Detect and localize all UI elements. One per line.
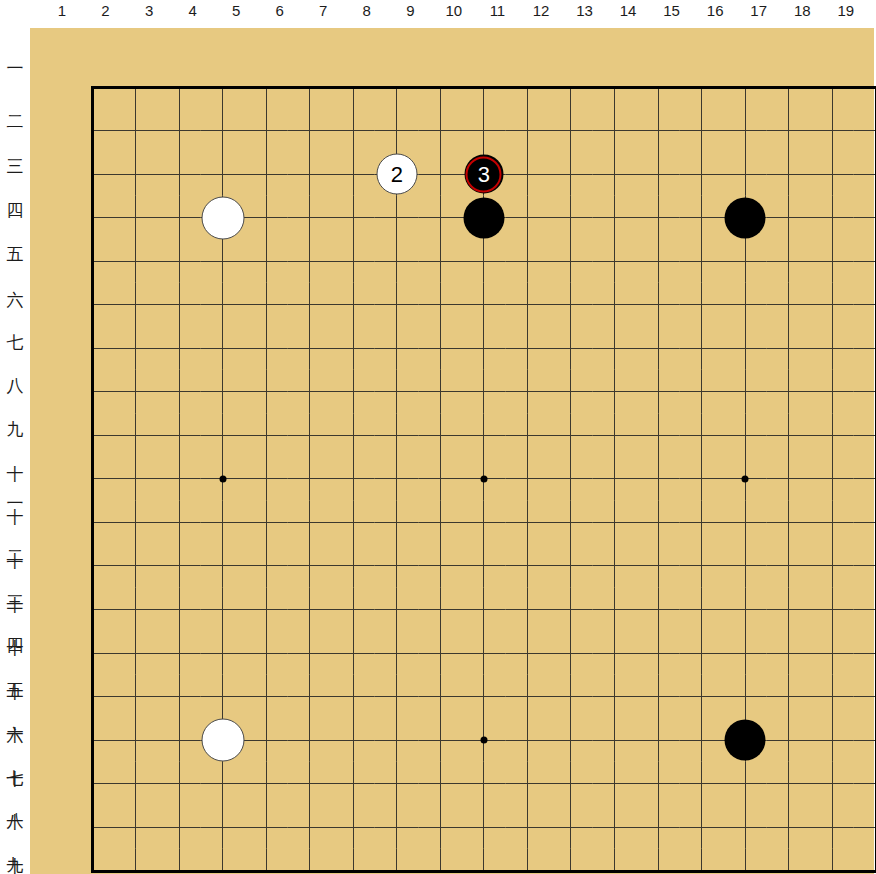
intersection-18-14[interactable]	[810, 631, 854, 675]
intersection-14-10[interactable]	[636, 457, 680, 501]
intersection-8-2[interactable]	[375, 109, 419, 153]
intersection-11-1[interactable]	[506, 65, 550, 109]
intersection-12-7[interactable]	[549, 326, 593, 370]
intersection-19-12[interactable]	[854, 544, 876, 588]
intersection-14-18[interactable]	[636, 805, 680, 849]
intersection-9-19[interactable]	[419, 849, 463, 874]
intersection-2-16[interactable]	[114, 718, 158, 762]
intersection-17-2[interactable]	[767, 109, 811, 153]
intersection-18-10[interactable]	[810, 457, 854, 501]
intersection-18-11[interactable]	[810, 501, 854, 545]
intersection-13-16[interactable]	[593, 718, 637, 762]
intersection-15-19[interactable]	[680, 849, 724, 874]
intersection-19-5[interactable]	[854, 239, 876, 283]
intersection-5-2[interactable]	[244, 109, 288, 153]
intersection-1-8[interactable]	[70, 370, 114, 414]
intersection-3-12[interactable]	[157, 544, 201, 588]
intersection-1-9[interactable]	[70, 414, 114, 458]
intersection-4-9[interactable]	[201, 414, 245, 458]
intersection-13-17[interactable]	[593, 762, 637, 806]
intersection-5-8[interactable]	[244, 370, 288, 414]
intersection-10-15[interactable]	[462, 675, 506, 719]
intersection-6-1[interactable]	[288, 65, 332, 109]
intersection-10-5[interactable]	[462, 239, 506, 283]
intersection-12-15[interactable]	[549, 675, 593, 719]
intersection-1-6[interactable]	[70, 283, 114, 327]
intersection-7-18[interactable]	[331, 805, 375, 849]
intersection-19-17[interactable]	[854, 762, 876, 806]
intersection-4-16[interactable]	[201, 718, 245, 762]
intersection-10-17[interactable]	[462, 762, 506, 806]
intersection-5-16[interactable]	[244, 718, 288, 762]
intersection-2-9[interactable]	[114, 414, 158, 458]
intersection-8-15[interactable]	[375, 675, 419, 719]
intersection-11-6[interactable]	[506, 283, 550, 327]
intersection-10-18[interactable]	[462, 805, 506, 849]
intersection-18-6[interactable]	[810, 283, 854, 327]
intersection-8-18[interactable]	[375, 805, 419, 849]
intersection-15-8[interactable]	[680, 370, 724, 414]
intersection-3-19[interactable]	[157, 849, 201, 874]
intersection-14-8[interactable]	[636, 370, 680, 414]
intersection-5-6[interactable]	[244, 283, 288, 327]
intersection-4-6[interactable]	[201, 283, 245, 327]
intersection-17-4[interactable]	[767, 196, 811, 240]
intersection-11-11[interactable]	[506, 501, 550, 545]
intersection-12-9[interactable]	[549, 414, 593, 458]
intersection-16-10[interactable]	[723, 457, 767, 501]
intersection-17-16[interactable]	[767, 718, 811, 762]
intersection-18-7[interactable]	[810, 326, 854, 370]
intersection-16-12[interactable]	[723, 544, 767, 588]
intersection-13-5[interactable]	[593, 239, 637, 283]
intersection-9-17[interactable]	[419, 762, 463, 806]
intersection-5-7[interactable]	[244, 326, 288, 370]
intersection-15-6[interactable]	[680, 283, 724, 327]
intersection-8-17[interactable]	[375, 762, 419, 806]
intersection-4-11[interactable]	[201, 501, 245, 545]
intersection-16-19[interactable]	[723, 849, 767, 874]
intersection-16-17[interactable]	[723, 762, 767, 806]
intersection-14-4[interactable]	[636, 196, 680, 240]
intersection-18-19[interactable]	[810, 849, 854, 874]
intersection-13-7[interactable]	[593, 326, 637, 370]
intersection-13-14[interactable]	[593, 631, 637, 675]
intersection-6-8[interactable]	[288, 370, 332, 414]
intersection-3-5[interactable]	[157, 239, 201, 283]
intersection-7-14[interactable]	[331, 631, 375, 675]
intersection-8-7[interactable]	[375, 326, 419, 370]
intersection-11-4[interactable]	[506, 196, 550, 240]
intersection-19-1[interactable]	[854, 65, 876, 109]
intersection-6-15[interactable]	[288, 675, 332, 719]
intersection-6-16[interactable]	[288, 718, 332, 762]
intersection-13-12[interactable]	[593, 544, 637, 588]
intersection-1-15[interactable]	[70, 675, 114, 719]
intersection-2-10[interactable]	[114, 457, 158, 501]
intersection-3-10[interactable]	[157, 457, 201, 501]
intersection-14-6[interactable]	[636, 283, 680, 327]
intersection-10-12[interactable]	[462, 544, 506, 588]
intersection-6-19[interactable]	[288, 849, 332, 874]
intersection-5-19[interactable]	[244, 849, 288, 874]
intersection-8-6[interactable]	[375, 283, 419, 327]
intersection-4-1[interactable]	[201, 65, 245, 109]
intersection-16-4[interactable]	[723, 196, 767, 240]
intersection-9-14[interactable]	[419, 631, 463, 675]
intersection-5-14[interactable]	[244, 631, 288, 675]
intersection-13-9[interactable]	[593, 414, 637, 458]
intersection-6-5[interactable]	[288, 239, 332, 283]
intersection-5-18[interactable]	[244, 805, 288, 849]
intersection-12-19[interactable]	[549, 849, 593, 874]
intersection-3-11[interactable]	[157, 501, 201, 545]
intersection-15-17[interactable]	[680, 762, 724, 806]
intersection-5-17[interactable]	[244, 762, 288, 806]
intersection-11-12[interactable]	[506, 544, 550, 588]
intersection-19-10[interactable]	[854, 457, 876, 501]
intersection-15-1[interactable]	[680, 65, 724, 109]
intersection-13-6[interactable]	[593, 283, 637, 327]
intersection-11-9[interactable]	[506, 414, 550, 458]
intersection-11-15[interactable]	[506, 675, 550, 719]
intersection-19-16[interactable]	[854, 718, 876, 762]
intersection-5-11[interactable]	[244, 501, 288, 545]
intersection-16-5[interactable]	[723, 239, 767, 283]
intersection-11-3[interactable]	[506, 152, 550, 196]
intersection-3-14[interactable]	[157, 631, 201, 675]
intersection-15-2[interactable]	[680, 109, 724, 153]
intersection-11-7[interactable]	[506, 326, 550, 370]
intersection-9-4[interactable]	[419, 196, 463, 240]
intersection-17-9[interactable]	[767, 414, 811, 458]
intersection-9-1[interactable]	[419, 65, 463, 109]
intersection-11-13[interactable]	[506, 588, 550, 632]
intersection-8-13[interactable]	[375, 588, 419, 632]
intersection-9-18[interactable]	[419, 805, 463, 849]
intersection-10-10[interactable]	[462, 457, 506, 501]
intersection-4-4[interactable]	[201, 196, 245, 240]
intersection-8-5[interactable]	[375, 239, 419, 283]
intersection-16-2[interactable]	[723, 109, 767, 153]
intersection-2-2[interactable]	[114, 109, 158, 153]
intersection-3-15[interactable]	[157, 675, 201, 719]
intersection-12-11[interactable]	[549, 501, 593, 545]
intersection-9-5[interactable]	[419, 239, 463, 283]
intersection-1-2[interactable]	[70, 109, 114, 153]
intersection-8-1[interactable]	[375, 65, 419, 109]
intersection-4-5[interactable]	[201, 239, 245, 283]
intersection-14-17[interactable]	[636, 762, 680, 806]
intersection-16-13[interactable]	[723, 588, 767, 632]
intersection-17-12[interactable]	[767, 544, 811, 588]
intersection-19-9[interactable]	[854, 414, 876, 458]
intersection-2-17[interactable]	[114, 762, 158, 806]
intersection-9-13[interactable]	[419, 588, 463, 632]
intersection-6-14[interactable]	[288, 631, 332, 675]
intersection-14-7[interactable]	[636, 326, 680, 370]
intersection-12-12[interactable]	[549, 544, 593, 588]
intersection-7-17[interactable]	[331, 762, 375, 806]
intersection-5-4[interactable]	[244, 196, 288, 240]
intersection-13-15[interactable]	[593, 675, 637, 719]
intersection-10-16[interactable]	[462, 718, 506, 762]
intersection-7-8[interactable]	[331, 370, 375, 414]
intersection-1-17[interactable]	[70, 762, 114, 806]
intersection-19-7[interactable]	[854, 326, 876, 370]
intersection-6-6[interactable]	[288, 283, 332, 327]
intersection-4-7[interactable]	[201, 326, 245, 370]
intersection-16-6[interactable]	[723, 283, 767, 327]
intersection-13-8[interactable]	[593, 370, 637, 414]
intersection-19-3[interactable]	[854, 152, 876, 196]
intersection-19-13[interactable]	[854, 588, 876, 632]
intersection-12-18[interactable]	[549, 805, 593, 849]
intersection-17-1[interactable]	[767, 65, 811, 109]
intersection-11-2[interactable]	[506, 109, 550, 153]
intersection-2-12[interactable]	[114, 544, 158, 588]
intersection-16-8[interactable]	[723, 370, 767, 414]
intersection-4-19[interactable]	[201, 849, 245, 874]
intersection-11-18[interactable]	[506, 805, 550, 849]
intersection-18-8[interactable]	[810, 370, 854, 414]
intersection-15-18[interactable]	[680, 805, 724, 849]
intersection-4-10[interactable]	[201, 457, 245, 501]
intersection-1-12[interactable]	[70, 544, 114, 588]
intersection-3-8[interactable]	[157, 370, 201, 414]
intersection-15-10[interactable]	[680, 457, 724, 501]
intersection-17-6[interactable]	[767, 283, 811, 327]
intersection-5-3[interactable]	[244, 152, 288, 196]
intersection-5-10[interactable]	[244, 457, 288, 501]
intersection-18-2[interactable]	[810, 109, 854, 153]
intersection-14-5[interactable]	[636, 239, 680, 283]
intersection-4-8[interactable]	[201, 370, 245, 414]
intersection-15-7[interactable]	[680, 326, 724, 370]
intersection-16-3[interactable]	[723, 152, 767, 196]
intersection-18-1[interactable]	[810, 65, 854, 109]
intersection-12-10[interactable]	[549, 457, 593, 501]
intersection-12-3[interactable]	[549, 152, 593, 196]
intersection-6-2[interactable]	[288, 109, 332, 153]
intersection-19-6[interactable]	[854, 283, 876, 327]
intersection-13-1[interactable]	[593, 65, 637, 109]
intersection-6-12[interactable]	[288, 544, 332, 588]
intersection-9-7[interactable]	[419, 326, 463, 370]
intersection-18-17[interactable]	[810, 762, 854, 806]
intersection-11-14[interactable]	[506, 631, 550, 675]
intersection-9-15[interactable]	[419, 675, 463, 719]
intersection-7-2[interactable]	[331, 109, 375, 153]
intersection-4-18[interactable]	[201, 805, 245, 849]
intersection-18-9[interactable]	[810, 414, 854, 458]
intersection-12-4[interactable]	[549, 196, 593, 240]
intersection-19-2[interactable]	[854, 109, 876, 153]
intersection-4-14[interactable]	[201, 631, 245, 675]
intersection-11-10[interactable]	[506, 457, 550, 501]
intersection-19-19[interactable]	[854, 849, 876, 874]
intersection-15-3[interactable]	[680, 152, 724, 196]
intersection-16-9[interactable]	[723, 414, 767, 458]
intersection-1-14[interactable]	[70, 631, 114, 675]
intersection-14-9[interactable]	[636, 414, 680, 458]
intersection-3-9[interactable]	[157, 414, 201, 458]
intersection-15-14[interactable]	[680, 631, 724, 675]
intersection-2-6[interactable]	[114, 283, 158, 327]
intersection-2-19[interactable]	[114, 849, 158, 874]
intersection-12-8[interactable]	[549, 370, 593, 414]
intersection-17-19[interactable]	[767, 849, 811, 874]
intersection-3-1[interactable]	[157, 65, 201, 109]
intersection-8-9[interactable]	[375, 414, 419, 458]
intersection-15-11[interactable]	[680, 501, 724, 545]
intersection-6-9[interactable]	[288, 414, 332, 458]
intersection-13-18[interactable]	[593, 805, 637, 849]
intersection-15-15[interactable]	[680, 675, 724, 719]
intersection-3-3[interactable]	[157, 152, 201, 196]
intersection-16-7[interactable]	[723, 326, 767, 370]
intersection-8-4[interactable]	[375, 196, 419, 240]
intersection-1-16[interactable]	[70, 718, 114, 762]
intersection-10-9[interactable]	[462, 414, 506, 458]
intersection-11-17[interactable]	[506, 762, 550, 806]
intersection-9-6[interactable]	[419, 283, 463, 327]
intersection-6-18[interactable]	[288, 805, 332, 849]
intersection-14-16[interactable]	[636, 718, 680, 762]
intersection-10-6[interactable]	[462, 283, 506, 327]
intersection-1-4[interactable]	[70, 196, 114, 240]
intersection-14-2[interactable]	[636, 109, 680, 153]
intersection-12-1[interactable]	[549, 65, 593, 109]
intersection-10-13[interactable]	[462, 588, 506, 632]
intersection-2-14[interactable]	[114, 631, 158, 675]
intersection-2-4[interactable]	[114, 196, 158, 240]
intersection-7-6[interactable]	[331, 283, 375, 327]
intersection-10-11[interactable]	[462, 501, 506, 545]
intersection-12-17[interactable]	[549, 762, 593, 806]
intersection-15-4[interactable]	[680, 196, 724, 240]
intersection-8-3[interactable]: 2	[375, 152, 419, 196]
intersection-10-8[interactable]	[462, 370, 506, 414]
intersection-18-5[interactable]	[810, 239, 854, 283]
intersection-9-16[interactable]	[419, 718, 463, 762]
intersection-14-19[interactable]	[636, 849, 680, 874]
intersection-16-15[interactable]	[723, 675, 767, 719]
intersection-1-13[interactable]	[70, 588, 114, 632]
intersection-3-16[interactable]	[157, 718, 201, 762]
intersection-7-19[interactable]	[331, 849, 375, 874]
intersection-3-13[interactable]	[157, 588, 201, 632]
intersection-7-4[interactable]	[331, 196, 375, 240]
intersection-17-3[interactable]	[767, 152, 811, 196]
intersection-13-11[interactable]	[593, 501, 637, 545]
intersection-15-12[interactable]	[680, 544, 724, 588]
intersection-18-4[interactable]	[810, 196, 854, 240]
intersection-9-10[interactable]	[419, 457, 463, 501]
intersection-6-3[interactable]	[288, 152, 332, 196]
intersection-12-6[interactable]	[549, 283, 593, 327]
intersection-17-15[interactable]	[767, 675, 811, 719]
intersection-14-12[interactable]	[636, 544, 680, 588]
intersection-4-3[interactable]	[201, 152, 245, 196]
intersection-7-12[interactable]	[331, 544, 375, 588]
intersection-3-4[interactable]	[157, 196, 201, 240]
intersection-17-17[interactable]	[767, 762, 811, 806]
intersection-13-2[interactable]	[593, 109, 637, 153]
intersection-10-4[interactable]	[462, 196, 506, 240]
intersection-11-16[interactable]	[506, 718, 550, 762]
intersection-5-15[interactable]	[244, 675, 288, 719]
intersection-19-14[interactable]	[854, 631, 876, 675]
intersection-2-13[interactable]	[114, 588, 158, 632]
intersection-6-13[interactable]	[288, 588, 332, 632]
intersection-17-5[interactable]	[767, 239, 811, 283]
intersection-1-19[interactable]	[70, 849, 114, 874]
intersection-8-14[interactable]	[375, 631, 419, 675]
intersection-6-11[interactable]	[288, 501, 332, 545]
intersection-15-13[interactable]	[680, 588, 724, 632]
intersection-18-13[interactable]	[810, 588, 854, 632]
intersection-14-1[interactable]	[636, 65, 680, 109]
intersection-5-5[interactable]	[244, 239, 288, 283]
intersection-10-19[interactable]	[462, 849, 506, 874]
intersection-3-2[interactable]	[157, 109, 201, 153]
intersection-9-9[interactable]	[419, 414, 463, 458]
intersection-1-7[interactable]	[70, 326, 114, 370]
intersection-4-15[interactable]	[201, 675, 245, 719]
intersection-4-13[interactable]	[201, 588, 245, 632]
intersection-9-2[interactable]	[419, 109, 463, 153]
intersection-1-5[interactable]	[70, 239, 114, 283]
intersection-10-2[interactable]	[462, 109, 506, 153]
intersection-7-15[interactable]	[331, 675, 375, 719]
intersection-15-9[interactable]	[680, 414, 724, 458]
intersection-9-12[interactable]	[419, 544, 463, 588]
intersection-12-13[interactable]	[549, 588, 593, 632]
intersection-6-10[interactable]	[288, 457, 332, 501]
intersection-8-16[interactable]	[375, 718, 419, 762]
intersection-19-15[interactable]	[854, 675, 876, 719]
intersection-7-13[interactable]	[331, 588, 375, 632]
intersection-12-16[interactable]	[549, 718, 593, 762]
intersection-13-19[interactable]	[593, 849, 637, 874]
intersection-2-5[interactable]	[114, 239, 158, 283]
intersection-10-1[interactable]	[462, 65, 506, 109]
intersection-2-8[interactable]	[114, 370, 158, 414]
intersection-5-1[interactable]	[244, 65, 288, 109]
intersection-17-13[interactable]	[767, 588, 811, 632]
intersection-18-16[interactable]	[810, 718, 854, 762]
intersection-13-10[interactable]	[593, 457, 637, 501]
intersection-8-11[interactable]	[375, 501, 419, 545]
intersection-19-18[interactable]	[854, 805, 876, 849]
intersection-10-14[interactable]	[462, 631, 506, 675]
intersection-5-13[interactable]	[244, 588, 288, 632]
intersection-18-3[interactable]	[810, 152, 854, 196]
intersection-17-14[interactable]	[767, 631, 811, 675]
intersection-7-11[interactable]	[331, 501, 375, 545]
intersection-19-4[interactable]	[854, 196, 876, 240]
intersection-14-14[interactable]	[636, 631, 680, 675]
intersection-18-15[interactable]	[810, 675, 854, 719]
intersection-5-12[interactable]	[244, 544, 288, 588]
intersection-1-3[interactable]	[70, 152, 114, 196]
intersection-13-13[interactable]	[593, 588, 637, 632]
intersection-4-17[interactable]	[201, 762, 245, 806]
intersection-3-17[interactable]	[157, 762, 201, 806]
intersection-16-16[interactable]	[723, 718, 767, 762]
intersection-9-11[interactable]	[419, 501, 463, 545]
